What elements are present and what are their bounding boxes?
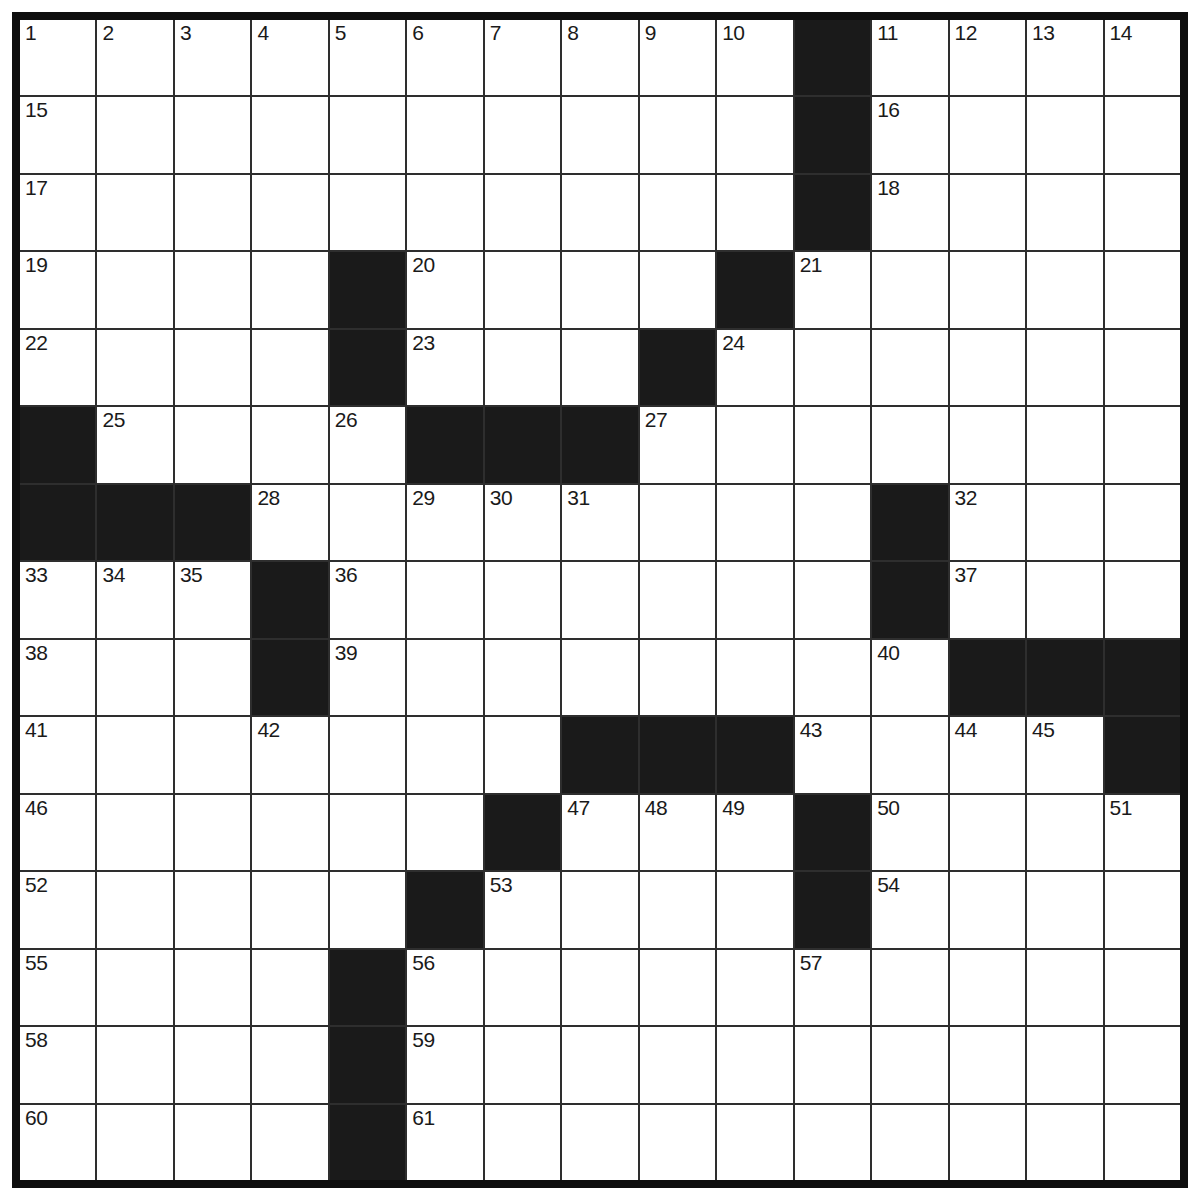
grid-cell-r6c9[interactable]: 27 bbox=[640, 407, 715, 482]
clue-number-10: 10 bbox=[722, 21, 744, 45]
grid-cell-r13c13[interactable] bbox=[950, 950, 1025, 1025]
grid-cell-r2c12[interactable]: 16 bbox=[872, 97, 947, 172]
grid-cell-r10c1[interactable]: 41 bbox=[20, 717, 95, 792]
grid-cell-r13c4[interactable] bbox=[252, 950, 327, 1025]
grid-cell-r2c13[interactable] bbox=[950, 97, 1025, 172]
grid-cell-r10c7[interactable] bbox=[485, 717, 560, 792]
black-cell-r13c5 bbox=[330, 950, 405, 1025]
grid-cell-r15c14[interactable] bbox=[1027, 1105, 1102, 1180]
clue-number-12: 12 bbox=[955, 21, 977, 45]
grid-cell-r10c5[interactable] bbox=[330, 717, 405, 792]
grid-cell-r13c6[interactable]: 56 bbox=[407, 950, 482, 1025]
grid-cell-r13c8[interactable] bbox=[562, 950, 637, 1025]
clue-number-22: 22 bbox=[25, 331, 47, 355]
clue-number-16: 16 bbox=[877, 98, 899, 122]
black-cell-r6c8 bbox=[562, 407, 637, 482]
grid-cell-r11c8[interactable]: 47 bbox=[562, 795, 637, 870]
grid-cell-r7c13[interactable]: 32 bbox=[950, 485, 1025, 560]
grid-cell-r10c4[interactable]: 42 bbox=[252, 717, 327, 792]
grid-cell-r11c13[interactable] bbox=[950, 795, 1025, 870]
grid-cell-r12c12[interactable]: 54 bbox=[872, 872, 947, 947]
grid-cell-r7c7[interactable]: 30 bbox=[485, 485, 560, 560]
grid-cell-r11c10[interactable]: 49 bbox=[717, 795, 792, 870]
page-background: 1234567891011121314151617181920212223242… bbox=[0, 0, 1200, 1200]
grid-cell-r3c14[interactable] bbox=[1027, 175, 1102, 250]
grid-cell-r6c14[interactable] bbox=[1027, 407, 1102, 482]
clue-number-13: 13 bbox=[1032, 21, 1054, 45]
grid-cell-r4c8[interactable] bbox=[562, 252, 637, 327]
black-cell-r5c9 bbox=[640, 330, 715, 405]
grid-cell-r11c1[interactable]: 46 bbox=[20, 795, 95, 870]
grid-cell-r4c3[interactable] bbox=[175, 252, 250, 327]
black-cell-r9c15 bbox=[1105, 640, 1180, 715]
grid-cell-r9c12[interactable]: 40 bbox=[872, 640, 947, 715]
clue-number-3: 3 bbox=[180, 21, 191, 45]
clue-number-36: 36 bbox=[335, 563, 357, 587]
grid-cell-r8c9[interactable] bbox=[640, 562, 715, 637]
grid-cell-r12c5[interactable] bbox=[330, 872, 405, 947]
grid-cell-r13c3[interactable] bbox=[175, 950, 250, 1025]
grid-cell-r9c1[interactable]: 38 bbox=[20, 640, 95, 715]
clue-number-47: 47 bbox=[567, 796, 589, 820]
grid-cell-r11c9[interactable]: 48 bbox=[640, 795, 715, 870]
grid-cell-r6c13[interactable] bbox=[950, 407, 1025, 482]
grid-cell-r15c11[interactable] bbox=[795, 1105, 870, 1180]
grid-cell-r2c14[interactable] bbox=[1027, 97, 1102, 172]
black-cell-r9c14 bbox=[1027, 640, 1102, 715]
grid-cell-r14c13[interactable] bbox=[950, 1027, 1025, 1102]
grid-cell-r9c11[interactable] bbox=[795, 640, 870, 715]
clue-number-34: 34 bbox=[102, 563, 124, 587]
clue-number-26: 26 bbox=[335, 408, 357, 432]
grid-cell-r6c11[interactable] bbox=[795, 407, 870, 482]
clue-number-27: 27 bbox=[645, 408, 667, 432]
grid-cell-r1c6[interactable]: 6 bbox=[407, 20, 482, 95]
grid-cell-r3c4[interactable] bbox=[252, 175, 327, 250]
grid-cell-r15c2[interactable] bbox=[97, 1105, 172, 1180]
grid-cell-r5c1[interactable]: 22 bbox=[20, 330, 95, 405]
black-cell-r4c10 bbox=[717, 252, 792, 327]
clue-number-25: 25 bbox=[102, 408, 124, 432]
grid-cell-r14c2[interactable] bbox=[97, 1027, 172, 1102]
black-cell-r7c2 bbox=[97, 485, 172, 560]
grid-cell-r10c13[interactable]: 44 bbox=[950, 717, 1025, 792]
grid-cell-r5c15[interactable] bbox=[1105, 330, 1180, 405]
grid-cell-r1c7[interactable]: 7 bbox=[485, 20, 560, 95]
grid-cell-r6c15[interactable] bbox=[1105, 407, 1180, 482]
grid-cell-r5c10[interactable]: 24 bbox=[717, 330, 792, 405]
grid-cell-r12c15[interactable] bbox=[1105, 872, 1180, 947]
grid-cell-r14c8[interactable] bbox=[562, 1027, 637, 1102]
grid-cell-r6c4[interactable] bbox=[252, 407, 327, 482]
grid-cell-r10c14[interactable]: 45 bbox=[1027, 717, 1102, 792]
grid-cell-r8c1[interactable]: 33 bbox=[20, 562, 95, 637]
grid-cell-r4c1[interactable]: 19 bbox=[20, 252, 95, 327]
grid-cell-r10c2[interactable] bbox=[97, 717, 172, 792]
grid-cell-r7c4[interactable]: 28 bbox=[252, 485, 327, 560]
clue-number-8: 8 bbox=[567, 21, 578, 45]
clue-number-21: 21 bbox=[800, 253, 822, 277]
grid-cell-r2c9[interactable] bbox=[640, 97, 715, 172]
grid-cell-r1c15[interactable]: 14 bbox=[1105, 20, 1180, 95]
grid-cell-r7c9[interactable] bbox=[640, 485, 715, 560]
grid-cell-r4c13[interactable] bbox=[950, 252, 1025, 327]
grid-cell-r4c2[interactable] bbox=[97, 252, 172, 327]
black-cell-r10c10 bbox=[717, 717, 792, 792]
black-cell-r12c11 bbox=[795, 872, 870, 947]
grid-cell-r3c8[interactable] bbox=[562, 175, 637, 250]
grid-cell-r9c6[interactable] bbox=[407, 640, 482, 715]
clue-number-51: 51 bbox=[1110, 796, 1132, 820]
black-cell-r6c7 bbox=[485, 407, 560, 482]
grid-cell-r11c6[interactable] bbox=[407, 795, 482, 870]
clue-number-53: 53 bbox=[490, 873, 512, 897]
clue-number-45: 45 bbox=[1032, 718, 1054, 742]
grid-cell-r3c12[interactable]: 18 bbox=[872, 175, 947, 250]
grid-cell-r13c14[interactable] bbox=[1027, 950, 1102, 1025]
grid-cell-r5c13[interactable] bbox=[950, 330, 1025, 405]
grid-cell-r14c9[interactable] bbox=[640, 1027, 715, 1102]
clue-number-17: 17 bbox=[25, 176, 47, 200]
grid-cell-r13c1[interactable]: 55 bbox=[20, 950, 95, 1025]
grid-cell-r7c6[interactable]: 29 bbox=[407, 485, 482, 560]
grid-cell-r5c6[interactable]: 23 bbox=[407, 330, 482, 405]
grid-cell-r8c10[interactable] bbox=[717, 562, 792, 637]
black-cell-r8c4 bbox=[252, 562, 327, 637]
grid-cell-r4c6[interactable]: 20 bbox=[407, 252, 482, 327]
grid-cell-r2c10[interactable] bbox=[717, 97, 792, 172]
grid-cell-r6c5[interactable]: 26 bbox=[330, 407, 405, 482]
grid-cell-r13c10[interactable] bbox=[717, 950, 792, 1025]
clue-number-52: 52 bbox=[25, 873, 47, 897]
clue-number-18: 18 bbox=[877, 176, 899, 200]
grid-cell-r11c3[interactable] bbox=[175, 795, 250, 870]
grid-cell-r12c8[interactable] bbox=[562, 872, 637, 947]
clue-number-59: 59 bbox=[412, 1028, 434, 1052]
clue-number-40: 40 bbox=[877, 641, 899, 665]
grid-cell-r13c12[interactable] bbox=[872, 950, 947, 1025]
grid-cell-r3c5[interactable] bbox=[330, 175, 405, 250]
clue-number-6: 6 bbox=[412, 21, 423, 45]
clue-number-46: 46 bbox=[25, 796, 47, 820]
grid-cell-r9c8[interactable] bbox=[562, 640, 637, 715]
clue-number-32: 32 bbox=[955, 486, 977, 510]
black-cell-r15c5 bbox=[330, 1105, 405, 1180]
grid-cell-r13c2[interactable] bbox=[97, 950, 172, 1025]
grid-cell-r7c5[interactable] bbox=[330, 485, 405, 560]
grid-cell-r9c9[interactable] bbox=[640, 640, 715, 715]
grid-cell-r8c7[interactable] bbox=[485, 562, 560, 637]
grid-cell-r1c5[interactable]: 5 bbox=[330, 20, 405, 95]
grid-cell-r12c14[interactable] bbox=[1027, 872, 1102, 947]
black-cell-r8c12 bbox=[872, 562, 947, 637]
grid-cell-r5c3[interactable] bbox=[175, 330, 250, 405]
black-cell-r11c7 bbox=[485, 795, 560, 870]
grid-cell-r8c6[interactable] bbox=[407, 562, 482, 637]
grid-cell-r2c15[interactable] bbox=[1105, 97, 1180, 172]
clue-number-61: 61 bbox=[412, 1106, 434, 1130]
grid-cell-r15c15[interactable] bbox=[1105, 1105, 1180, 1180]
clue-number-38: 38 bbox=[25, 641, 47, 665]
grid-cell-r2c5[interactable] bbox=[330, 97, 405, 172]
black-cell-r6c1 bbox=[20, 407, 95, 482]
grid-cell-r4c7[interactable] bbox=[485, 252, 560, 327]
clue-number-39: 39 bbox=[335, 641, 357, 665]
clue-number-2: 2 bbox=[102, 21, 113, 45]
grid-cell-r3c2[interactable] bbox=[97, 175, 172, 250]
clue-number-44: 44 bbox=[955, 718, 977, 742]
clue-number-31: 31 bbox=[567, 486, 589, 510]
grid-cell-r15c6[interactable]: 61 bbox=[407, 1105, 482, 1180]
grid-cell-r15c4[interactable] bbox=[252, 1105, 327, 1180]
grid-cell-r7c15[interactable] bbox=[1105, 485, 1180, 560]
grid-cell-r5c8[interactable] bbox=[562, 330, 637, 405]
grid-cell-r5c2[interactable] bbox=[97, 330, 172, 405]
clue-number-50: 50 bbox=[877, 796, 899, 820]
grid-cell-r8c14[interactable] bbox=[1027, 562, 1102, 637]
black-cell-r4c5 bbox=[330, 252, 405, 327]
black-cell-r10c9 bbox=[640, 717, 715, 792]
black-cell-r7c3 bbox=[175, 485, 250, 560]
grid-cell-r12c7[interactable]: 53 bbox=[485, 872, 560, 947]
clue-number-20: 20 bbox=[412, 253, 434, 277]
clue-number-35: 35 bbox=[180, 563, 202, 587]
grid-cell-r7c10[interactable] bbox=[717, 485, 792, 560]
black-cell-r10c8 bbox=[562, 717, 637, 792]
black-cell-r7c1 bbox=[20, 485, 95, 560]
grid-cell-r1c1[interactable]: 1 bbox=[20, 20, 95, 95]
grid-cell-r8c11[interactable] bbox=[795, 562, 870, 637]
grid-cell-r14c3[interactable] bbox=[175, 1027, 250, 1102]
grid-cell-r13c9[interactable] bbox=[640, 950, 715, 1025]
clue-number-11: 11 bbox=[877, 21, 898, 45]
grid-cell-r14c12[interactable] bbox=[872, 1027, 947, 1102]
clue-number-49: 49 bbox=[722, 796, 744, 820]
clue-number-41: 41 bbox=[25, 718, 47, 742]
grid-cell-r6c3[interactable] bbox=[175, 407, 250, 482]
black-cell-r9c13 bbox=[950, 640, 1025, 715]
grid-cell-r13c15[interactable] bbox=[1105, 950, 1180, 1025]
clue-number-54: 54 bbox=[877, 873, 899, 897]
clue-number-15: 15 bbox=[25, 98, 47, 122]
grid-cell-r10c3[interactable] bbox=[175, 717, 250, 792]
clue-number-56: 56 bbox=[412, 951, 434, 975]
grid-cell-r14c10[interactable] bbox=[717, 1027, 792, 1102]
grid-cell-r14c1[interactable]: 58 bbox=[20, 1027, 95, 1102]
grid-cell-r7c11[interactable] bbox=[795, 485, 870, 560]
grid-cell-r7c8[interactable]: 31 bbox=[562, 485, 637, 560]
grid-cell-r6c10[interactable] bbox=[717, 407, 792, 482]
black-cell-r9c4 bbox=[252, 640, 327, 715]
grid-cell-r10c11[interactable]: 43 bbox=[795, 717, 870, 792]
clue-number-58: 58 bbox=[25, 1028, 47, 1052]
clue-number-7: 7 bbox=[490, 21, 501, 45]
grid-cell-r15c9[interactable] bbox=[640, 1105, 715, 1180]
grid-cell-r2c7[interactable] bbox=[485, 97, 560, 172]
grid-cell-r12c13[interactable] bbox=[950, 872, 1025, 947]
clue-number-60: 60 bbox=[25, 1106, 47, 1130]
grid-cell-r5c7[interactable] bbox=[485, 330, 560, 405]
grid-cell-r1c3[interactable]: 3 bbox=[175, 20, 250, 95]
black-cell-r7c12 bbox=[872, 485, 947, 560]
grid-cell-r12c9[interactable] bbox=[640, 872, 715, 947]
grid-cell-r13c11[interactable]: 57 bbox=[795, 950, 870, 1025]
grid-cell-r1c13[interactable]: 12 bbox=[950, 20, 1025, 95]
grid-cell-r11c2[interactable] bbox=[97, 795, 172, 870]
grid-cell-r12c3[interactable] bbox=[175, 872, 250, 947]
crossword-board: 1234567891011121314151617181920212223242… bbox=[12, 12, 1188, 1188]
black-cell-r5c5 bbox=[330, 330, 405, 405]
grid-cell-r7c14[interactable] bbox=[1027, 485, 1102, 560]
grid-cell-r3c13[interactable] bbox=[950, 175, 1025, 250]
clue-number-28: 28 bbox=[257, 486, 279, 510]
clue-number-29: 29 bbox=[412, 486, 434, 510]
grid-cell-r10c12[interactable] bbox=[872, 717, 947, 792]
grid-cell-r1c14[interactable]: 13 bbox=[1027, 20, 1102, 95]
grid-cell-r9c7[interactable] bbox=[485, 640, 560, 715]
grid-cell-r11c12[interactable]: 50 bbox=[872, 795, 947, 870]
grid-cell-r3c6[interactable] bbox=[407, 175, 482, 250]
clue-number-37: 37 bbox=[955, 563, 977, 587]
clue-number-19: 19 bbox=[25, 253, 47, 277]
grid-cell-r11c4[interactable] bbox=[252, 795, 327, 870]
grid-cell-r2c1[interactable]: 15 bbox=[20, 97, 95, 172]
grid-cell-r3c9[interactable] bbox=[640, 175, 715, 250]
clue-number-42: 42 bbox=[257, 718, 279, 742]
grid-cell-r5c14[interactable] bbox=[1027, 330, 1102, 405]
clue-number-57: 57 bbox=[800, 951, 822, 975]
black-cell-r14c5 bbox=[330, 1027, 405, 1102]
black-cell-r10c15 bbox=[1105, 717, 1180, 792]
clue-number-4: 4 bbox=[257, 21, 268, 45]
grid-cell-r8c13[interactable]: 37 bbox=[950, 562, 1025, 637]
grid-cell-r8c15[interactable] bbox=[1105, 562, 1180, 637]
grid-cell-r11c5[interactable] bbox=[330, 795, 405, 870]
grid-cell-r4c9[interactable] bbox=[640, 252, 715, 327]
black-cell-r1c11 bbox=[795, 20, 870, 95]
clue-number-24: 24 bbox=[722, 331, 744, 355]
grid-cell-r14c11[interactable] bbox=[795, 1027, 870, 1102]
grid-cell-r14c7[interactable] bbox=[485, 1027, 560, 1102]
grid-cell-r5c12[interactable] bbox=[872, 330, 947, 405]
grid-cell-r8c3[interactable]: 35 bbox=[175, 562, 250, 637]
grid-cell-r3c10[interactable] bbox=[717, 175, 792, 250]
clue-number-1: 1 bbox=[25, 21, 36, 45]
grid-cell-r15c3[interactable] bbox=[175, 1105, 250, 1180]
grid-cell-r15c12[interactable] bbox=[872, 1105, 947, 1180]
grid-cell-r2c6[interactable] bbox=[407, 97, 482, 172]
grid-cell-r9c10[interactable] bbox=[717, 640, 792, 715]
grid-cell-r15c13[interactable] bbox=[950, 1105, 1025, 1180]
black-cell-r2c11 bbox=[795, 97, 870, 172]
grid-cell-r10c6[interactable] bbox=[407, 717, 482, 792]
grid-cell-r3c15[interactable] bbox=[1105, 175, 1180, 250]
grid-cell-r6c12[interactable] bbox=[872, 407, 947, 482]
grid-cell-r6c2[interactable]: 25 bbox=[97, 407, 172, 482]
grid-cell-r4c14[interactable] bbox=[1027, 252, 1102, 327]
grid-cell-r4c4[interactable] bbox=[252, 252, 327, 327]
grid-cell-r14c6[interactable]: 59 bbox=[407, 1027, 482, 1102]
grid-cell-r12c2[interactable] bbox=[97, 872, 172, 947]
grid-cell-r2c3[interactable] bbox=[175, 97, 250, 172]
grid-cell-r15c10[interactable] bbox=[717, 1105, 792, 1180]
grid-cell-r1c10[interactable]: 10 bbox=[717, 20, 792, 95]
grid-cell-r8c8[interactable] bbox=[562, 562, 637, 637]
clue-number-23: 23 bbox=[412, 331, 434, 355]
clue-number-48: 48 bbox=[645, 796, 667, 820]
grid-cell-r9c3[interactable] bbox=[175, 640, 250, 715]
grid-cell-r12c1[interactable]: 52 bbox=[20, 872, 95, 947]
grid-cell-r1c4[interactable]: 4 bbox=[252, 20, 327, 95]
clue-number-9: 9 bbox=[645, 21, 656, 45]
grid-cell-r15c1[interactable]: 60 bbox=[20, 1105, 95, 1180]
grid-cell-r1c2[interactable]: 2 bbox=[97, 20, 172, 95]
clue-number-43: 43 bbox=[800, 718, 822, 742]
grid-cell-r15c8[interactable] bbox=[562, 1105, 637, 1180]
grid-cell-r14c14[interactable] bbox=[1027, 1027, 1102, 1102]
grid-cell-r11c15[interactable]: 51 bbox=[1105, 795, 1180, 870]
clue-number-33: 33 bbox=[25, 563, 47, 587]
grid-cell-r4c12[interactable] bbox=[872, 252, 947, 327]
grid-cell-r4c15[interactable] bbox=[1105, 252, 1180, 327]
grid-cell-r14c4[interactable] bbox=[252, 1027, 327, 1102]
grid-cell-r2c4[interactable] bbox=[252, 97, 327, 172]
grid-cell-r11c14[interactable] bbox=[1027, 795, 1102, 870]
grid-cell-r3c1[interactable]: 17 bbox=[20, 175, 95, 250]
grid-cell-r1c8[interactable]: 8 bbox=[562, 20, 637, 95]
black-cell-r6c6 bbox=[407, 407, 482, 482]
grid-cell-r13c7[interactable] bbox=[485, 950, 560, 1025]
clue-number-5: 5 bbox=[335, 21, 346, 45]
grid-cell-r8c2[interactable]: 34 bbox=[97, 562, 172, 637]
grid-cell-r15c7[interactable] bbox=[485, 1105, 560, 1180]
grid-cell-r14c15[interactable] bbox=[1105, 1027, 1180, 1102]
grid-cell-r8c5[interactable]: 36 bbox=[330, 562, 405, 637]
black-cell-r3c11 bbox=[795, 175, 870, 250]
grid-cell-r1c12[interactable]: 11 bbox=[872, 20, 947, 95]
grid-cell-r4c11[interactable]: 21 bbox=[795, 252, 870, 327]
grid-cell-r12c4[interactable] bbox=[252, 872, 327, 947]
grid-cell-r2c8[interactable] bbox=[562, 97, 637, 172]
grid-cell-r9c2[interactable] bbox=[97, 640, 172, 715]
clue-number-14: 14 bbox=[1110, 21, 1132, 45]
grid-cell-r2c2[interactable] bbox=[97, 97, 172, 172]
grid-cell-r5c4[interactable] bbox=[252, 330, 327, 405]
grid-cell-r9c5[interactable]: 39 bbox=[330, 640, 405, 715]
grid-cell-r3c3[interactable] bbox=[175, 175, 250, 250]
black-cell-r12c6 bbox=[407, 872, 482, 947]
black-cell-r11c11 bbox=[795, 795, 870, 870]
clue-number-55: 55 bbox=[25, 951, 47, 975]
grid-cell-r12c10[interactable] bbox=[717, 872, 792, 947]
clue-number-30: 30 bbox=[490, 486, 512, 510]
grid-cell-r1c9[interactable]: 9 bbox=[640, 20, 715, 95]
grid-cell-r3c7[interactable] bbox=[485, 175, 560, 250]
grid-cell-r5c11[interactable] bbox=[795, 330, 870, 405]
